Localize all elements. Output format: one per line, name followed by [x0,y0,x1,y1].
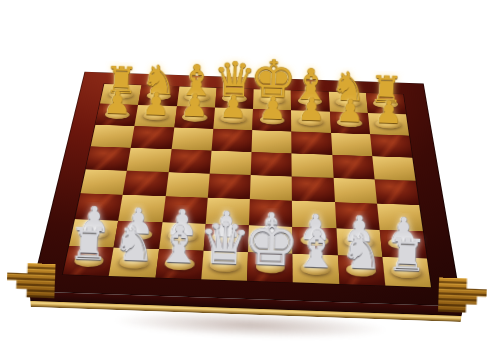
square-g4[interactable] [333,178,377,204]
square-h6[interactable] [370,134,412,157]
square-d5[interactable] [209,151,251,175]
square-e4[interactable] [250,175,292,201]
scene: ♜♞♝♛♚♝♞♜♟♟♟♟♟♟♟♟♟♟♟♟♟♟♟♟♜♞♝♛♚♝♞♜ [0,0,500,361]
square-c6[interactable] [171,127,213,150]
square-b5[interactable] [127,148,171,172]
square-e1[interactable]: ♚ [247,252,293,282]
corner-foot-left-icon [6,262,55,298]
squares-grid: ♜♞♝♛♚♝♞♜♟♟♟♟♟♟♟♟♟♟♟♟♟♟♟♟♜♞♝♛♚♝♞♜ [63,84,431,287]
square-f4[interactable] [292,176,335,202]
square-f7[interactable]: ♟ [291,110,330,132]
camera-tilt-wrapper: ♜♞♝♛♚♝♞♜♟♟♟♟♟♟♟♟♟♟♟♟♟♟♟♟♜♞♝♛♚♝♞♜ [0,0,500,361]
piece-silver-knight[interactable]: ♞ [340,228,384,277]
corner-foot-right-icon [438,277,487,313]
square-b1[interactable]: ♞ [109,247,159,277]
square-b4[interactable] [123,171,168,197]
square-c5[interactable] [168,149,211,173]
square-h7[interactable]: ♟ [368,113,409,135]
square-f1[interactable]: ♝ [293,254,339,284]
square-h4[interactable] [374,179,419,205]
square-a4[interactable] [81,169,127,195]
square-c7[interactable]: ♟ [174,106,215,128]
square-a5[interactable] [86,146,131,170]
square-d4[interactable] [208,174,251,200]
square-c4[interactable] [165,172,209,198]
piece-gold-pawn[interactable]: ♟ [141,88,170,120]
square-a1[interactable]: ♜ [63,246,114,276]
square-h1[interactable]: ♜ [382,257,431,287]
square-g7[interactable]: ♟ [329,112,369,134]
square-f5[interactable] [292,153,333,178]
square-e5[interactable] [251,152,292,177]
photo-background: ♜♞♝♛♚♝♞♜♟♟♟♟♟♟♟♟♟♟♟♟♟♟♟♟♜♞♝♛♚♝♞♜ [0,0,500,361]
piece-gold-pawn[interactable]: ♟ [297,93,326,125]
chessboard: ♜♞♝♛♚♝♞♜♟♟♟♟♟♟♟♟♟♟♟♟♟♟♟♟♜♞♝♛♚♝♞♜ [31,72,462,307]
piece-gold-pawn[interactable]: ♟ [103,86,132,118]
piece-gold-pawn[interactable]: ♟ [219,91,248,123]
square-b7[interactable]: ♟ [135,105,177,127]
square-h5[interactable] [372,156,416,181]
piece-silver-rook[interactable]: ♜ [68,221,109,267]
square-d1[interactable]: ♛ [201,251,248,281]
square-c1[interactable]: ♝ [155,249,203,279]
piece-silver-bishop[interactable]: ♝ [293,223,340,275]
square-g5[interactable] [332,155,375,180]
piece-gold-pawn[interactable]: ♟ [375,96,404,128]
piece-silver-king[interactable]: ♚ [242,212,300,276]
square-f6[interactable] [291,131,331,154]
square-d6[interactable] [211,129,252,152]
piece-silver-knight[interactable]: ♞ [112,220,156,269]
piece-silver-rook[interactable]: ♜ [387,232,428,278]
piece-gold-pawn[interactable]: ♟ [180,89,209,121]
square-e6[interactable] [252,130,292,153]
square-g1[interactable]: ♞ [337,255,385,285]
square-b6[interactable] [131,126,174,149]
piece-gold-pawn[interactable]: ♟ [258,92,287,124]
square-g6[interactable] [331,133,372,156]
square-a7[interactable]: ♟ [96,104,139,126]
piece-silver-bishop[interactable]: ♝ [156,219,203,271]
square-d7[interactable]: ♟ [213,108,253,130]
square-a6[interactable] [91,124,135,147]
square-e7[interactable]: ♟ [252,109,291,131]
piece-gold-pawn[interactable]: ♟ [336,95,365,127]
